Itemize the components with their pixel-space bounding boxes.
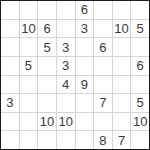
clue-cell-r6c6: 7 xyxy=(94,94,112,112)
empty-cell-r8c5[interactable] xyxy=(76,131,94,149)
empty-cell-r1c8[interactable] xyxy=(131,1,149,19)
empty-cell-r8c1[interactable] xyxy=(1,131,19,149)
clue-cell-r3c6: 6 xyxy=(94,38,112,56)
clue-cell-r8c6: 8 xyxy=(94,131,112,149)
empty-cell-r1c7[interactable] xyxy=(113,1,131,19)
clue-cell-r7c8: 10 xyxy=(131,113,149,131)
empty-cell-r1c2[interactable] xyxy=(20,1,38,19)
clue-cell-r4c2: 5 xyxy=(20,57,38,75)
empty-cell-r6c3[interactable] xyxy=(38,94,56,112)
clue-cell-r2c7: 10 xyxy=(113,20,131,38)
empty-cell-r8c3[interactable] xyxy=(38,131,56,149)
clue-cell-r3c4: 3 xyxy=(57,38,75,56)
empty-cell-r4c6[interactable] xyxy=(94,57,112,75)
empty-cell-r2c6[interactable] xyxy=(94,20,112,38)
empty-cell-r5c2[interactable] xyxy=(20,76,38,94)
empty-cell-r2c4[interactable] xyxy=(57,20,75,38)
clue-cell-r6c8: 5 xyxy=(131,94,149,112)
clue-cell-r4c8: 6 xyxy=(131,57,149,75)
clue-cell-r7c3: 10 xyxy=(38,113,56,131)
empty-cell-r7c2[interactable] xyxy=(20,113,38,131)
empty-cell-r8c2[interactable] xyxy=(20,131,38,149)
empty-cell-r7c7[interactable] xyxy=(113,113,131,131)
clue-cell-r2c3: 6 xyxy=(38,20,56,38)
empty-cell-r5c3[interactable] xyxy=(38,76,56,94)
empty-cell-r3c5[interactable] xyxy=(76,38,94,56)
empty-cell-r3c1[interactable] xyxy=(1,38,19,56)
empty-cell-r3c8[interactable] xyxy=(131,38,149,56)
empty-cell-r5c6[interactable] xyxy=(94,76,112,94)
empty-cell-r8c4[interactable] xyxy=(57,131,75,149)
clue-cell-r2c8: 5 xyxy=(131,20,149,38)
empty-cell-r4c5[interactable] xyxy=(76,57,94,75)
empty-cell-r3c2[interactable] xyxy=(20,38,38,56)
empty-cell-r3c7[interactable] xyxy=(113,38,131,56)
empty-cell-r7c1[interactable] xyxy=(1,113,19,131)
empty-cell-r1c3[interactable] xyxy=(38,1,56,19)
clue-cell-r6c1: 3 xyxy=(1,94,19,112)
empty-cell-r7c5[interactable] xyxy=(76,113,94,131)
empty-cell-r4c7[interactable] xyxy=(113,57,131,75)
clue-cell-r1c5: 6 xyxy=(76,1,94,19)
empty-cell-r1c1[interactable] xyxy=(1,1,19,19)
empty-cell-r8c8[interactable] xyxy=(131,131,149,149)
clue-cell-r2c5: 3 xyxy=(76,20,94,38)
empty-cell-r6c7[interactable] xyxy=(113,94,131,112)
empty-cell-r5c1[interactable] xyxy=(1,76,19,94)
empty-cell-r6c5[interactable] xyxy=(76,94,94,112)
empty-cell-r1c6[interactable] xyxy=(94,1,112,19)
clue-cell-r3c3: 5 xyxy=(38,38,56,56)
empty-cell-r5c8[interactable] xyxy=(131,76,149,94)
empty-cell-r6c2[interactable] xyxy=(20,94,38,112)
clue-cell-r4c4: 3 xyxy=(57,57,75,75)
empty-cell-r6c4[interactable] xyxy=(57,94,75,112)
empty-cell-r4c3[interactable] xyxy=(38,57,56,75)
empty-cell-r4c1[interactable] xyxy=(1,57,19,75)
empty-cell-r7c6[interactable] xyxy=(94,113,112,131)
clue-cell-r7c4: 10 xyxy=(57,113,75,131)
clue-cell-r8c7: 7 xyxy=(113,131,131,149)
empty-cell-r5c7[interactable] xyxy=(113,76,131,94)
clue-cell-r5c4: 4 xyxy=(57,76,75,94)
empty-cell-r1c4[interactable] xyxy=(57,1,75,19)
puzzle-board: 610631055365364937510101087 xyxy=(0,0,150,150)
empty-cell-r2c1[interactable] xyxy=(1,20,19,38)
clue-cell-r5c5: 9 xyxy=(76,76,94,94)
clue-cell-r2c2: 10 xyxy=(20,20,38,38)
